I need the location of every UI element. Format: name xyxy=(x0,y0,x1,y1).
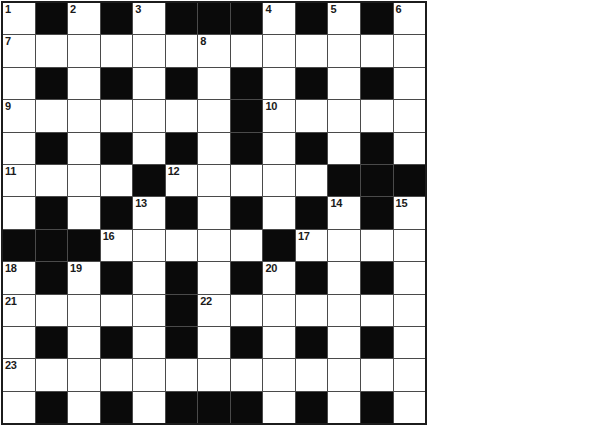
cell-r12c8[interactable] xyxy=(231,359,263,390)
cell-r10c9[interactable] xyxy=(263,295,295,326)
cell-r8c8[interactable] xyxy=(231,230,263,261)
cell-r11c13[interactable] xyxy=(394,327,426,358)
black-cell-r5c6 xyxy=(166,133,198,164)
black-cell-r11c2 xyxy=(36,327,68,358)
cell-r1c11[interactable]: 5 xyxy=(328,3,360,34)
cell-r6c10[interactable] xyxy=(296,165,328,196)
black-cell-r7c8 xyxy=(231,197,263,228)
black-cell-r8c1 xyxy=(3,230,35,261)
black-cell-r13c6 xyxy=(166,392,198,423)
cell-r1c5[interactable]: 3 xyxy=(133,3,165,34)
clue-number: 15 xyxy=(396,197,408,210)
clue-number: 8 xyxy=(200,35,206,48)
clue-number: 16 xyxy=(103,230,115,243)
cell-r9c9[interactable]: 20 xyxy=(263,262,295,293)
cell-r2c4[interactable] xyxy=(101,35,133,66)
black-cell-r6c11 xyxy=(328,165,360,196)
black-cell-r1c4 xyxy=(101,3,133,34)
black-cell-r8c3 xyxy=(68,230,100,261)
cell-r10c4[interactable] xyxy=(101,295,133,326)
black-cell-r3c4 xyxy=(101,68,133,99)
cell-r3c5[interactable] xyxy=(133,68,165,99)
black-cell-r9c12 xyxy=(361,262,393,293)
black-cell-r1c10 xyxy=(296,3,328,34)
cell-r3c9[interactable] xyxy=(263,68,295,99)
black-cell-r10c6 xyxy=(166,295,198,326)
cell-r6c4[interactable] xyxy=(101,165,133,196)
black-cell-r13c7 xyxy=(198,392,230,423)
black-cell-r11c12 xyxy=(361,327,393,358)
cell-r5c9[interactable] xyxy=(263,133,295,164)
cell-r9c7[interactable] xyxy=(198,262,230,293)
cell-r6c7[interactable] xyxy=(198,165,230,196)
cell-r8c7[interactable] xyxy=(198,230,230,261)
black-cell-r1c2 xyxy=(36,3,68,34)
cell-r8c13[interactable] xyxy=(394,230,426,261)
cell-r4c4[interactable] xyxy=(101,100,133,131)
black-cell-r4c8 xyxy=(231,100,263,131)
cell-r9c5[interactable] xyxy=(133,262,165,293)
black-cell-r7c12 xyxy=(361,197,393,228)
cell-r5c3[interactable] xyxy=(68,133,100,164)
black-cell-r5c12 xyxy=(361,133,393,164)
clue-number: 3 xyxy=(135,3,141,16)
cell-r4c3[interactable] xyxy=(68,100,100,131)
cell-r1c1[interactable]: 1 xyxy=(3,3,35,34)
black-cell-r8c9 xyxy=(263,230,295,261)
cell-r6c3[interactable] xyxy=(68,165,100,196)
cell-r1c13[interactable]: 6 xyxy=(394,3,426,34)
cell-r5c5[interactable] xyxy=(133,133,165,164)
black-cell-r1c12 xyxy=(361,3,393,34)
cell-r7c9[interactable] xyxy=(263,197,295,228)
clue-number: 19 xyxy=(70,262,82,275)
cell-r2c1[interactable]: 7 xyxy=(3,35,35,66)
cell-r4c7[interactable] xyxy=(198,100,230,131)
clue-number: 12 xyxy=(168,165,180,178)
cell-r2c11[interactable] xyxy=(328,35,360,66)
cell-r3c1[interactable] xyxy=(3,68,35,99)
black-cell-r3c8 xyxy=(231,68,263,99)
clue-number: 6 xyxy=(396,3,402,16)
cell-r9c13[interactable] xyxy=(394,262,426,293)
cell-r2c5[interactable] xyxy=(133,35,165,66)
cell-r12c1[interactable]: 23 xyxy=(3,359,35,390)
cell-r2c2[interactable] xyxy=(36,35,68,66)
black-cell-r11c4 xyxy=(101,327,133,358)
cell-r10c3[interactable] xyxy=(68,295,100,326)
cell-r5c11[interactable] xyxy=(328,133,360,164)
cell-r4c1[interactable]: 9 xyxy=(3,100,35,131)
cell-r9c3[interactable]: 19 xyxy=(68,262,100,293)
cell-r8c6[interactable] xyxy=(166,230,198,261)
black-cell-r1c8 xyxy=(231,3,263,34)
cell-r6c6[interactable]: 12 xyxy=(166,165,198,196)
cell-r11c7[interactable] xyxy=(198,327,230,358)
cell-r10c5[interactable] xyxy=(133,295,165,326)
cell-r9c1[interactable]: 18 xyxy=(3,262,35,293)
clue-number: 14 xyxy=(330,197,342,210)
crossword-grid: 1234567891011121314151617181920212223 xyxy=(1,1,427,425)
black-cell-r6c5 xyxy=(133,165,165,196)
clue-number: 10 xyxy=(265,100,277,113)
clue-number: 7 xyxy=(5,35,11,48)
cell-r4c5[interactable] xyxy=(133,100,165,131)
cell-r11c3[interactable] xyxy=(68,327,100,358)
cell-r6c9[interactable] xyxy=(263,165,295,196)
cell-r2c9[interactable] xyxy=(263,35,295,66)
cell-r8c12[interactable] xyxy=(361,230,393,261)
cell-r8c11[interactable] xyxy=(328,230,360,261)
clue-number: 13 xyxy=(135,197,147,210)
cell-r12c10[interactable] xyxy=(296,359,328,390)
cell-r3c13[interactable] xyxy=(394,68,426,99)
cell-r5c7[interactable] xyxy=(198,133,230,164)
cell-r10c11[interactable] xyxy=(328,295,360,326)
cell-r7c3[interactable] xyxy=(68,197,100,228)
black-cell-r11c8 xyxy=(231,327,263,358)
black-cell-r9c4 xyxy=(101,262,133,293)
clue-number: 21 xyxy=(5,295,17,308)
cell-r2c6[interactable] xyxy=(166,35,198,66)
cell-r2c7[interactable]: 8 xyxy=(198,35,230,66)
cell-r6c2[interactable] xyxy=(36,165,68,196)
cell-r1c9[interactable]: 4 xyxy=(263,3,295,34)
cell-r4c11[interactable] xyxy=(328,100,360,131)
cell-r11c9[interactable] xyxy=(263,327,295,358)
cell-r13c3[interactable] xyxy=(68,392,100,423)
cell-r2c13[interactable] xyxy=(394,35,426,66)
black-cell-r9c2 xyxy=(36,262,68,293)
cell-r2c3[interactable] xyxy=(68,35,100,66)
cell-r4c10[interactable] xyxy=(296,100,328,131)
black-cell-r6c13 xyxy=(394,165,426,196)
cell-r5c1[interactable] xyxy=(3,133,35,164)
black-cell-r5c2 xyxy=(36,133,68,164)
cell-r4c12[interactable] xyxy=(361,100,393,131)
cell-r12c13[interactable] xyxy=(394,359,426,390)
cell-r2c8[interactable] xyxy=(231,35,263,66)
clue-number: 5 xyxy=(330,3,336,16)
clue-number: 9 xyxy=(5,100,11,113)
cell-r13c5[interactable] xyxy=(133,392,165,423)
black-cell-r6c12 xyxy=(361,165,393,196)
cell-r6c8[interactable] xyxy=(231,165,263,196)
cell-r12c12[interactable] xyxy=(361,359,393,390)
cell-r7c13[interactable]: 15 xyxy=(394,197,426,228)
cell-r13c13[interactable] xyxy=(394,392,426,423)
clue-number: 20 xyxy=(265,262,277,275)
black-cell-r5c8 xyxy=(231,133,263,164)
black-cell-r3c10 xyxy=(296,68,328,99)
cell-r12c4[interactable] xyxy=(101,359,133,390)
cell-r4c13[interactable] xyxy=(394,100,426,131)
cell-r13c11[interactable] xyxy=(328,392,360,423)
cell-r10c10[interactable] xyxy=(296,295,328,326)
black-cell-r8c2 xyxy=(36,230,68,261)
cell-r3c7[interactable] xyxy=(198,68,230,99)
cell-r10c1[interactable]: 21 xyxy=(3,295,35,326)
black-cell-r5c10 xyxy=(296,133,328,164)
clue-number: 4 xyxy=(265,3,271,16)
cell-r13c1[interactable] xyxy=(3,392,35,423)
black-cell-r3c2 xyxy=(36,68,68,99)
black-cell-r9c8 xyxy=(231,262,263,293)
cell-r10c7[interactable]: 22 xyxy=(198,295,230,326)
black-cell-r1c6 xyxy=(166,3,198,34)
cell-r7c7[interactable] xyxy=(198,197,230,228)
cell-r12c3[interactable] xyxy=(68,359,100,390)
black-cell-r5c4 xyxy=(101,133,133,164)
cell-r7c5[interactable]: 13 xyxy=(133,197,165,228)
black-cell-r13c8 xyxy=(231,392,263,423)
cell-r13c9[interactable] xyxy=(263,392,295,423)
cell-r4c6[interactable] xyxy=(166,100,198,131)
cell-r12c2[interactable] xyxy=(36,359,68,390)
black-cell-r7c10 xyxy=(296,197,328,228)
cell-r12c11[interactable] xyxy=(328,359,360,390)
cell-r4c9[interactable]: 10 xyxy=(263,100,295,131)
cell-r11c5[interactable] xyxy=(133,327,165,358)
cell-r12c9[interactable] xyxy=(263,359,295,390)
black-cell-r13c2 xyxy=(36,392,68,423)
black-cell-r13c12 xyxy=(361,392,393,423)
cell-r7c11[interactable]: 14 xyxy=(328,197,360,228)
black-cell-r7c6 xyxy=(166,197,198,228)
cell-r8c10[interactable]: 17 xyxy=(296,230,328,261)
cell-r2c12[interactable] xyxy=(361,35,393,66)
black-cell-r3c6 xyxy=(166,68,198,99)
cell-r10c8[interactable] xyxy=(231,295,263,326)
black-cell-r9c6 xyxy=(166,262,198,293)
black-cell-r9c10 xyxy=(296,262,328,293)
cell-r10c13[interactable] xyxy=(394,295,426,326)
cell-r1c3[interactable]: 2 xyxy=(68,3,100,34)
cell-r8c5[interactable] xyxy=(133,230,165,261)
clue-number: 11 xyxy=(5,165,16,178)
clue-number: 17 xyxy=(298,230,310,243)
black-cell-r13c4 xyxy=(101,392,133,423)
black-cell-r1c7 xyxy=(198,3,230,34)
clue-number: 1 xyxy=(5,3,11,16)
black-cell-r11c10 xyxy=(296,327,328,358)
black-cell-r7c2 xyxy=(36,197,68,228)
cell-r3c3[interactable] xyxy=(68,68,100,99)
black-cell-r7c4 xyxy=(101,197,133,228)
black-cell-r13c10 xyxy=(296,392,328,423)
cell-r9c11[interactable] xyxy=(328,262,360,293)
black-cell-r11c6 xyxy=(166,327,198,358)
cell-r12c7[interactable] xyxy=(198,359,230,390)
cell-r10c2[interactable] xyxy=(36,295,68,326)
cell-r8c4[interactable]: 16 xyxy=(101,230,133,261)
cell-r12c6[interactable] xyxy=(166,359,198,390)
cell-r11c1[interactable] xyxy=(3,327,35,358)
cell-r5c13[interactable] xyxy=(394,133,426,164)
clue-number: 18 xyxy=(5,262,17,275)
clue-number: 2 xyxy=(70,3,76,16)
cell-r6c1[interactable]: 11 xyxy=(3,165,35,196)
cell-r10c12[interactable] xyxy=(361,295,393,326)
cell-r4c2[interactable] xyxy=(36,100,68,131)
clue-number: 22 xyxy=(200,295,212,308)
black-cell-r3c12 xyxy=(361,68,393,99)
cell-r3c11[interactable] xyxy=(328,68,360,99)
cell-r7c1[interactable] xyxy=(3,197,35,228)
clue-number: 23 xyxy=(5,359,17,372)
cell-r2c10[interactable] xyxy=(296,35,328,66)
cell-r12c5[interactable] xyxy=(133,359,165,390)
cell-r11c11[interactable] xyxy=(328,327,360,358)
